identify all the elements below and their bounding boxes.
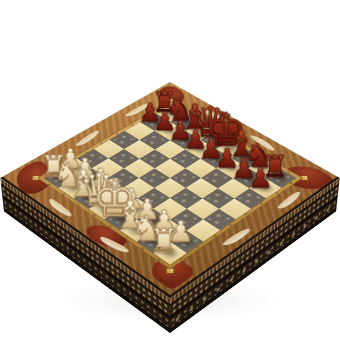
chess-box: aa88bb77cc66dd55ee44ff33gg22hh11 ♜♞♝♛♚♝♞… xyxy=(0,82,339,299)
piece-white-rook-h1[interactable]: ♜ xyxy=(131,225,196,258)
photo-scene: aa88bb77cc66dd55ee44ff33gg22hh11 ♜♞♝♛♚♝♞… xyxy=(0,0,340,340)
rook-glyph: ♜ xyxy=(149,225,178,258)
product-photo-page: { "game": "chess", "set_type": "carved w… xyxy=(0,0,340,340)
box-lid-top: aa88bb77cc66dd55ee44ff33gg22hh11 ♜♞♝♛♚♝♞… xyxy=(0,82,339,299)
pawn-glyph: ♟ xyxy=(248,164,273,191)
piece-red-pawn-h7[interactable]: ♟ xyxy=(230,164,291,191)
